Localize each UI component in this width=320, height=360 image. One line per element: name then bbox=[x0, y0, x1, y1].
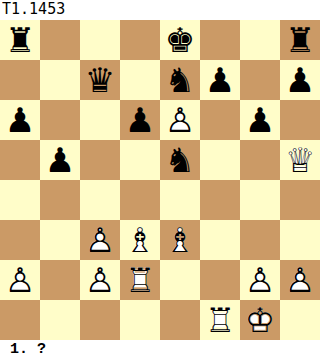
square-f1[interactable]: ♜♖ bbox=[200, 300, 240, 340]
square-d3[interactable]: ♝♗ bbox=[120, 220, 160, 260]
piece-white-rook: ♖ bbox=[200, 300, 240, 340]
square-b3[interactable] bbox=[40, 220, 80, 260]
square-b4[interactable] bbox=[40, 180, 80, 220]
square-h3[interactable] bbox=[280, 220, 320, 260]
square-c5[interactable] bbox=[80, 140, 120, 180]
piece-white-rook: ♖ bbox=[120, 260, 160, 300]
square-g1[interactable]: ♚♔ bbox=[240, 300, 280, 340]
square-d1[interactable] bbox=[120, 300, 160, 340]
piece-white-pawn: ♙ bbox=[80, 220, 120, 260]
piece-white-bishop-fill: ♝ bbox=[160, 220, 200, 260]
square-e1[interactable] bbox=[160, 300, 200, 340]
piece-white-pawn: ♙ bbox=[0, 260, 40, 300]
square-d8[interactable] bbox=[120, 20, 160, 60]
square-a8[interactable]: ♜ bbox=[0, 20, 40, 60]
piece-white-pawn: ♙ bbox=[80, 260, 120, 300]
square-g8[interactable] bbox=[240, 20, 280, 60]
chess-board: ♜♚♜♛♞♟♟♟♟♟♙♟♟♞♛♕♟♙♝♗♝♗♟♙♟♙♜♖♟♙♟♙♜♖♚♔ bbox=[0, 20, 320, 340]
square-a4[interactable] bbox=[0, 180, 40, 220]
square-b5[interactable]: ♟ bbox=[40, 140, 80, 180]
square-h5[interactable]: ♛♕ bbox=[280, 140, 320, 180]
piece-black-pawn: ♟ bbox=[280, 60, 320, 100]
square-f7[interactable]: ♟ bbox=[200, 60, 240, 100]
square-h6[interactable] bbox=[280, 100, 320, 140]
piece-white-bishop: ♗ bbox=[160, 220, 200, 260]
square-c7[interactable]: ♛ bbox=[80, 60, 120, 100]
square-h8[interactable]: ♜ bbox=[280, 20, 320, 60]
square-e6[interactable]: ♟♙ bbox=[160, 100, 200, 140]
piece-black-knight: ♞ bbox=[160, 60, 200, 100]
square-f3[interactable] bbox=[200, 220, 240, 260]
square-c4[interactable] bbox=[80, 180, 120, 220]
square-g7[interactable] bbox=[240, 60, 280, 100]
square-g2[interactable]: ♟♙ bbox=[240, 260, 280, 300]
square-a5[interactable] bbox=[0, 140, 40, 180]
piece-white-pawn: ♙ bbox=[160, 100, 200, 140]
piece-black-pawn: ♟ bbox=[120, 100, 160, 140]
square-e3[interactable]: ♝♗ bbox=[160, 220, 200, 260]
square-c8[interactable] bbox=[80, 20, 120, 60]
square-c2[interactable]: ♟♙ bbox=[80, 260, 120, 300]
piece-black-queen: ♛ bbox=[80, 60, 120, 100]
square-c3[interactable]: ♟♙ bbox=[80, 220, 120, 260]
square-d4[interactable] bbox=[120, 180, 160, 220]
chess-puzzle-app: T1.1453 ♜♚♜♛♞♟♟♟♟♟♙♟♟♞♛♕♟♙♝♗♝♗♟♙♟♙♜♖♟♙♟♙… bbox=[0, 0, 320, 360]
piece-black-rook: ♜ bbox=[280, 20, 320, 60]
square-h7[interactable]: ♟ bbox=[280, 60, 320, 100]
piece-white-pawn: ♙ bbox=[240, 260, 280, 300]
piece-white-pawn-fill: ♟ bbox=[80, 260, 120, 300]
square-h1[interactable] bbox=[280, 300, 320, 340]
square-d6[interactable]: ♟ bbox=[120, 100, 160, 140]
piece-white-pawn-fill: ♟ bbox=[0, 260, 40, 300]
piece-black-knight: ♞ bbox=[160, 140, 200, 180]
square-a3[interactable] bbox=[0, 220, 40, 260]
square-e8[interactable]: ♚ bbox=[160, 20, 200, 60]
square-b1[interactable] bbox=[40, 300, 80, 340]
piece-white-pawn-fill: ♟ bbox=[280, 260, 320, 300]
square-a1[interactable] bbox=[0, 300, 40, 340]
square-f2[interactable] bbox=[200, 260, 240, 300]
square-a7[interactable] bbox=[0, 60, 40, 100]
square-g3[interactable] bbox=[240, 220, 280, 260]
square-e5[interactable]: ♞ bbox=[160, 140, 200, 180]
square-f5[interactable] bbox=[200, 140, 240, 180]
piece-black-pawn: ♟ bbox=[0, 100, 40, 140]
move-prompt: 1. ? bbox=[0, 340, 320, 360]
piece-white-pawn-fill: ♟ bbox=[80, 220, 120, 260]
piece-black-pawn: ♟ bbox=[40, 140, 80, 180]
piece-white-pawn: ♙ bbox=[280, 260, 320, 300]
piece-black-king: ♚ bbox=[160, 20, 200, 60]
square-e7[interactable]: ♞ bbox=[160, 60, 200, 100]
square-e2[interactable] bbox=[160, 260, 200, 300]
square-b8[interactable] bbox=[40, 20, 80, 60]
piece-white-rook-fill: ♜ bbox=[200, 300, 240, 340]
square-f6[interactable] bbox=[200, 100, 240, 140]
piece-black-pawn: ♟ bbox=[200, 60, 240, 100]
square-a6[interactable]: ♟ bbox=[0, 100, 40, 140]
square-d5[interactable] bbox=[120, 140, 160, 180]
square-b6[interactable] bbox=[40, 100, 80, 140]
piece-white-bishop-fill: ♝ bbox=[120, 220, 160, 260]
square-h4[interactable] bbox=[280, 180, 320, 220]
square-c6[interactable] bbox=[80, 100, 120, 140]
square-g5[interactable] bbox=[240, 140, 280, 180]
piece-white-queen-fill: ♛ bbox=[280, 140, 320, 180]
piece-black-pawn: ♟ bbox=[240, 100, 280, 140]
piece-white-rook-fill: ♜ bbox=[120, 260, 160, 300]
piece-white-pawn-fill: ♟ bbox=[240, 260, 280, 300]
square-b7[interactable] bbox=[40, 60, 80, 100]
square-b2[interactable] bbox=[40, 260, 80, 300]
square-h2[interactable]: ♟♙ bbox=[280, 260, 320, 300]
square-d7[interactable] bbox=[120, 60, 160, 100]
square-f4[interactable] bbox=[200, 180, 240, 220]
square-a2[interactable]: ♟♙ bbox=[0, 260, 40, 300]
square-d2[interactable]: ♜♖ bbox=[120, 260, 160, 300]
square-g4[interactable] bbox=[240, 180, 280, 220]
square-e4[interactable] bbox=[160, 180, 200, 220]
piece-white-king-fill: ♚ bbox=[240, 300, 280, 340]
piece-white-pawn-fill: ♟ bbox=[160, 100, 200, 140]
piece-black-rook: ♜ bbox=[0, 20, 40, 60]
square-c1[interactable] bbox=[80, 300, 120, 340]
square-f8[interactable] bbox=[200, 20, 240, 60]
piece-white-king: ♔ bbox=[240, 300, 280, 340]
square-g6[interactable]: ♟ bbox=[240, 100, 280, 140]
piece-white-bishop: ♗ bbox=[120, 220, 160, 260]
puzzle-title: T1.1453 bbox=[0, 0, 320, 20]
piece-white-queen: ♕ bbox=[280, 140, 320, 180]
